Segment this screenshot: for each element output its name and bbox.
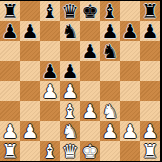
square-b5[interactable] [20, 61, 40, 81]
square-c8[interactable]: ♝ [40, 1, 60, 21]
square-c1[interactable]: ♝ [40, 141, 60, 161]
square-d7[interactable]: ♞ [60, 21, 80, 41]
square-g2[interactable]: ♟ [120, 121, 140, 141]
white-pawn: ♟ [80, 101, 100, 121]
square-g5[interactable] [120, 61, 140, 81]
square-h5[interactable] [140, 61, 160, 81]
black-pawn: ♟ [140, 21, 160, 41]
square-f8[interactable]: ♝ [100, 1, 120, 21]
square-h7[interactable]: ♟ [140, 21, 160, 41]
square-e1[interactable]: ♚ [80, 141, 100, 161]
white-pawn: ♟ [40, 81, 60, 101]
square-b1[interactable] [20, 141, 40, 161]
square-h1[interactable]: ♜ [140, 141, 160, 161]
square-g4[interactable] [120, 81, 140, 101]
white-rook: ♜ [140, 141, 160, 161]
white-knight: ♞ [60, 121, 80, 141]
white-pawn: ♟ [0, 121, 20, 141]
square-b6[interactable] [20, 41, 40, 61]
square-f5[interactable] [100, 61, 120, 81]
square-h8[interactable]: ♜ [140, 1, 160, 21]
black-pawn: ♟ [0, 21, 20, 41]
square-c2[interactable] [40, 121, 60, 141]
square-e5[interactable] [80, 61, 100, 81]
black-bishop: ♝ [100, 1, 120, 21]
square-c7[interactable] [40, 21, 60, 41]
white-queen: ♛ [60, 141, 80, 161]
black-pawn: ♟ [20, 21, 40, 41]
square-g7[interactable]: ♟ [120, 21, 140, 41]
white-bishop: ♝ [60, 101, 80, 121]
black-knight: ♞ [60, 21, 80, 41]
square-c4[interactable]: ♟ [40, 81, 60, 101]
square-d6[interactable] [60, 41, 80, 61]
square-b3[interactable] [20, 101, 40, 121]
square-a4[interactable] [0, 81, 20, 101]
white-king: ♚ [80, 141, 100, 161]
black-queen: ♛ [60, 1, 80, 21]
white-pawn: ♟ [140, 121, 160, 141]
black-rook: ♜ [140, 1, 160, 21]
square-d5[interactable]: ♟ [60, 61, 80, 81]
white-pawn: ♟ [100, 121, 120, 141]
white-pawn: ♟ [120, 121, 140, 141]
square-h2[interactable]: ♟ [140, 121, 160, 141]
square-b7[interactable]: ♟ [20, 21, 40, 41]
square-g1[interactable] [120, 141, 140, 161]
square-e4[interactable] [80, 81, 100, 101]
square-e7[interactable] [80, 21, 100, 41]
black-knight: ♞ [100, 41, 120, 61]
square-f7[interactable]: ♟ [100, 21, 120, 41]
white-knight: ♞ [100, 101, 120, 121]
square-a7[interactable]: ♟ [0, 21, 20, 41]
square-f4[interactable] [100, 81, 120, 101]
black-bishop: ♝ [40, 1, 60, 21]
white-pawn: ♟ [60, 81, 80, 101]
chess-board: ♜♝♛♚♝♜♟♟♞♟♟♟♟♞♟♟♟♟♝♟♞♟♟♞♟♟♟♜♝♛♚♜ [0, 1, 160, 161]
black-rook: ♜ [0, 1, 20, 21]
square-c6[interactable] [40, 41, 60, 61]
black-pawn: ♟ [100, 21, 120, 41]
square-h3[interactable] [140, 101, 160, 121]
black-pawn: ♟ [60, 61, 80, 81]
square-g8[interactable] [120, 1, 140, 21]
square-b8[interactable] [20, 1, 40, 21]
square-e2[interactable] [80, 121, 100, 141]
square-a6[interactable] [0, 41, 20, 61]
square-a3[interactable] [0, 101, 20, 121]
black-pawn: ♟ [80, 41, 100, 61]
square-d3[interactable]: ♝ [60, 101, 80, 121]
square-e6[interactable]: ♟ [80, 41, 100, 61]
square-a1[interactable]: ♜ [0, 141, 20, 161]
square-b2[interactable]: ♟ [20, 121, 40, 141]
square-b4[interactable] [20, 81, 40, 101]
chess-board-frame: ♜♝♛♚♝♜♟♟♞♟♟♟♟♞♟♟♟♟♝♟♞♟♟♞♟♟♟♜♝♛♚♜ [0, 0, 162, 162]
black-pawn: ♟ [120, 21, 140, 41]
square-g3[interactable] [120, 101, 140, 121]
black-pawn: ♟ [40, 61, 60, 81]
white-pawn: ♟ [20, 121, 40, 141]
square-f2[interactable]: ♟ [100, 121, 120, 141]
square-h4[interactable] [140, 81, 160, 101]
white-rook: ♜ [0, 141, 20, 161]
white-bishop: ♝ [40, 141, 60, 161]
square-a8[interactable]: ♜ [0, 1, 20, 21]
square-h6[interactable] [140, 41, 160, 61]
square-d8[interactable]: ♛ [60, 1, 80, 21]
square-d1[interactable]: ♛ [60, 141, 80, 161]
square-d2[interactable]: ♞ [60, 121, 80, 141]
square-c3[interactable] [40, 101, 60, 121]
square-c5[interactable]: ♟ [40, 61, 60, 81]
black-king: ♚ [80, 1, 100, 21]
square-d4[interactable]: ♟ [60, 81, 80, 101]
square-e3[interactable]: ♟ [80, 101, 100, 121]
square-g6[interactable] [120, 41, 140, 61]
square-f1[interactable] [100, 141, 120, 161]
square-f6[interactable]: ♞ [100, 41, 120, 61]
square-f3[interactable]: ♞ [100, 101, 120, 121]
square-a5[interactable] [0, 61, 20, 81]
square-e8[interactable]: ♚ [80, 1, 100, 21]
square-a2[interactable]: ♟ [0, 121, 20, 141]
